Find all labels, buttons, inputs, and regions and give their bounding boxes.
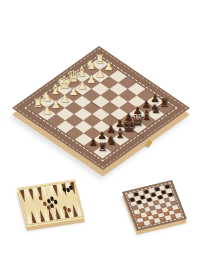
checkers-squares (127, 184, 182, 227)
backgammon-point (25, 211, 33, 224)
checkers-square (175, 213, 182, 218)
chess-board (12, 46, 190, 170)
product-photo: ♜♞♝♛♚♝♞♜♟♟♟♟♟♟♟♟♟♟♟♟♟♟♟♟♜♞♝♛♚♝♞♜ (0, 0, 200, 280)
